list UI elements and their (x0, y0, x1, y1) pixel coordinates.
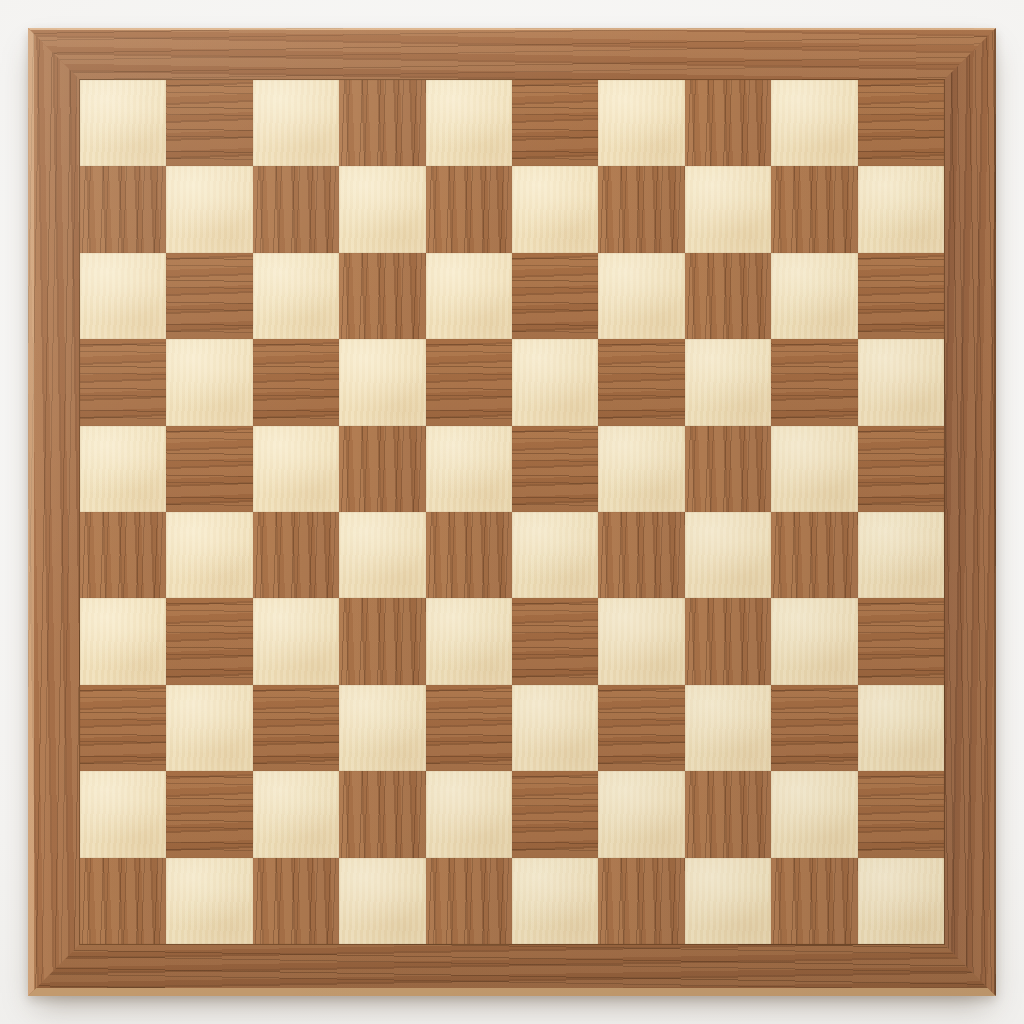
square-h8[interactable] (685, 253, 771, 339)
square-a1[interactable] (80, 858, 166, 944)
square-h6[interactable] (685, 426, 771, 512)
board-frame-left (28, 28, 80, 996)
square-f2[interactable] (512, 771, 598, 857)
square-c9[interactable] (253, 166, 339, 252)
square-f4[interactable] (512, 598, 598, 684)
square-e9[interactable] (426, 166, 512, 252)
photo-background (0, 0, 1024, 1024)
square-f10[interactable] (512, 80, 598, 166)
square-d3[interactable] (339, 685, 425, 771)
square-j8[interactable] (858, 253, 944, 339)
square-e6[interactable] (426, 426, 512, 512)
square-j1[interactable] (858, 858, 944, 944)
square-d10[interactable] (339, 80, 425, 166)
square-b2[interactable] (166, 771, 252, 857)
square-e2[interactable] (426, 771, 512, 857)
square-g6[interactable] (598, 426, 684, 512)
square-c4[interactable] (253, 598, 339, 684)
square-j3[interactable] (858, 685, 944, 771)
board-frame-top (28, 28, 996, 80)
board-grid (80, 80, 944, 944)
square-j4[interactable] (858, 598, 944, 684)
square-b7[interactable] (166, 339, 252, 425)
square-i4[interactable] (771, 598, 857, 684)
square-j5[interactable] (858, 512, 944, 598)
square-h10[interactable] (685, 80, 771, 166)
square-g10[interactable] (598, 80, 684, 166)
square-d2[interactable] (339, 771, 425, 857)
square-g1[interactable] (598, 858, 684, 944)
square-b8[interactable] (166, 253, 252, 339)
square-a8[interactable] (80, 253, 166, 339)
square-g7[interactable] (598, 339, 684, 425)
square-c5[interactable] (253, 512, 339, 598)
square-f8[interactable] (512, 253, 598, 339)
square-h3[interactable] (685, 685, 771, 771)
square-d1[interactable] (339, 858, 425, 944)
square-e8[interactable] (426, 253, 512, 339)
square-b10[interactable] (166, 80, 252, 166)
square-c1[interactable] (253, 858, 339, 944)
square-b9[interactable] (166, 166, 252, 252)
square-i8[interactable] (771, 253, 857, 339)
square-i10[interactable] (771, 80, 857, 166)
square-a3[interactable] (80, 685, 166, 771)
square-c2[interactable] (253, 771, 339, 857)
square-i2[interactable] (771, 771, 857, 857)
square-e5[interactable] (426, 512, 512, 598)
square-g3[interactable] (598, 685, 684, 771)
square-a2[interactable] (80, 771, 166, 857)
board-frame-right (944, 28, 996, 996)
square-i7[interactable] (771, 339, 857, 425)
square-e10[interactable] (426, 80, 512, 166)
square-a6[interactable] (80, 426, 166, 512)
square-d5[interactable] (339, 512, 425, 598)
square-j7[interactable] (858, 339, 944, 425)
square-f1[interactable] (512, 858, 598, 944)
square-b6[interactable] (166, 426, 252, 512)
square-j10[interactable] (858, 80, 944, 166)
square-d7[interactable] (339, 339, 425, 425)
square-a7[interactable] (80, 339, 166, 425)
square-i9[interactable] (771, 166, 857, 252)
square-j6[interactable] (858, 426, 944, 512)
square-i3[interactable] (771, 685, 857, 771)
square-a10[interactable] (80, 80, 166, 166)
square-g2[interactable] (598, 771, 684, 857)
square-c3[interactable] (253, 685, 339, 771)
square-e4[interactable] (426, 598, 512, 684)
square-g4[interactable] (598, 598, 684, 684)
square-f7[interactable] (512, 339, 598, 425)
square-h1[interactable] (685, 858, 771, 944)
square-e7[interactable] (426, 339, 512, 425)
square-d6[interactable] (339, 426, 425, 512)
square-c6[interactable] (253, 426, 339, 512)
square-j2[interactable] (858, 771, 944, 857)
square-e3[interactable] (426, 685, 512, 771)
square-a5[interactable] (80, 512, 166, 598)
square-d4[interactable] (339, 598, 425, 684)
square-i5[interactable] (771, 512, 857, 598)
square-g9[interactable] (598, 166, 684, 252)
square-b4[interactable] (166, 598, 252, 684)
square-g5[interactable] (598, 512, 684, 598)
square-c7[interactable] (253, 339, 339, 425)
square-h9[interactable] (685, 166, 771, 252)
square-i1[interactable] (771, 858, 857, 944)
draughts-board (28, 28, 996, 996)
square-h2[interactable] (685, 771, 771, 857)
square-h7[interactable] (685, 339, 771, 425)
square-g8[interactable] (598, 253, 684, 339)
square-b1[interactable] (166, 858, 252, 944)
square-h4[interactable] (685, 598, 771, 684)
square-f6[interactable] (512, 426, 598, 512)
square-e1[interactable] (426, 858, 512, 944)
square-f5[interactable] (512, 512, 598, 598)
square-d8[interactable] (339, 253, 425, 339)
square-b5[interactable] (166, 512, 252, 598)
square-c8[interactable] (253, 253, 339, 339)
square-a9[interactable] (80, 166, 166, 252)
square-j9[interactable] (858, 166, 944, 252)
square-c10[interactable] (253, 80, 339, 166)
board-frame-bottom (28, 944, 996, 996)
square-f9[interactable] (512, 166, 598, 252)
square-h5[interactable] (685, 512, 771, 598)
square-a4[interactable] (80, 598, 166, 684)
square-d9[interactable] (339, 166, 425, 252)
square-f3[interactable] (512, 685, 598, 771)
square-b3[interactable] (166, 685, 252, 771)
square-i6[interactable] (771, 426, 857, 512)
